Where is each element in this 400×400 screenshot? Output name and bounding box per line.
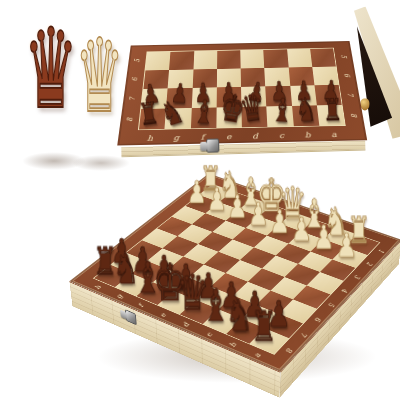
- coordinate-label: 8: [340, 110, 368, 121]
- square: [192, 69, 217, 88]
- square: [287, 49, 312, 67]
- square: [267, 106, 294, 127]
- square: [145, 52, 170, 70]
- square: [288, 67, 314, 86]
- square: [292, 105, 320, 126]
- clasp: [203, 139, 217, 152]
- square: [217, 68, 241, 87]
- square: [166, 88, 192, 108]
- square: [168, 69, 193, 88]
- product-photo: ♛ ♛ ♟♟♟♟♟♟♟♟♜♞♝♚♛♝♞♜ hgfedcba 5678 5678 …: [0, 0, 400, 400]
- square: [165, 108, 192, 129]
- coordinate-label: 6: [122, 75, 148, 85]
- square: [193, 51, 217, 69]
- square: [217, 50, 241, 68]
- coordinate-label: 1: [367, 244, 396, 259]
- square: [263, 49, 288, 67]
- coordinate-label: 7: [119, 94, 146, 104]
- square: [190, 107, 216, 128]
- coordinate-label: c: [268, 129, 295, 142]
- square: [216, 107, 242, 128]
- square: [191, 87, 216, 107]
- clasp-body: [125, 309, 137, 325]
- coordinate-label: 5: [124, 56, 149, 65]
- clasp-hook: [200, 142, 207, 151]
- clasp-body: [206, 138, 219, 152]
- square: [240, 50, 264, 68]
- folded-board: ♟♟♟♟♟♟♟♟♜♞♝♚♛♝♞♜ hgfedcba 5678 5678: [114, 2, 367, 167]
- shadow: [22, 152, 86, 170]
- square: [141, 88, 168, 108]
- coordinate-label: e: [216, 130, 242, 143]
- coordinate-label: d: [242, 129, 269, 142]
- open-board: ♜♞♝♚♛♝♞♜♟♟♟♟♟♟♟♟♟♟♟♟♟♟♟♟♜♞♝♚♛♝♞♜ hgfedcb…: [69, 173, 400, 371]
- coordinate-label: 7: [337, 89, 364, 99]
- square: [139, 108, 166, 129]
- square: [290, 85, 317, 105]
- coordinate-label: a: [320, 128, 348, 141]
- coordinate-label: h: [136, 131, 163, 144]
- square: [216, 87, 241, 107]
- coordinate-label: 5: [331, 52, 357, 61]
- coordinate-label: g: [163, 131, 190, 144]
- coordinate-label: 6: [334, 70, 360, 80]
- square: [241, 86, 266, 106]
- squares: [138, 48, 346, 131]
- folded-board-face: ♟♟♟♟♟♟♟♟♜♞♝♚♛♝♞♜ hgfedcba 5678 5678: [117, 41, 367, 146]
- square: [241, 106, 267, 127]
- square: [143, 70, 169, 89]
- square: [169, 51, 194, 69]
- display-piece-dark-queen: ♛: [24, 14, 78, 124]
- square: [265, 86, 291, 106]
- open-board-face: ♜♞♝♚♛♝♞♜♟♟♟♟♟♟♟♟♟♟♟♟♟♟♟♟♜♞♝♚♛♝♞♜ hgfedcb…: [69, 173, 400, 371]
- square: [264, 67, 289, 86]
- rank-labels-left: 5678: [122, 52, 144, 131]
- coordinate-label: 8: [116, 114, 143, 125]
- square: [241, 68, 266, 87]
- coordinate-label: b: [294, 128, 322, 141]
- clasp: [122, 308, 135, 324]
